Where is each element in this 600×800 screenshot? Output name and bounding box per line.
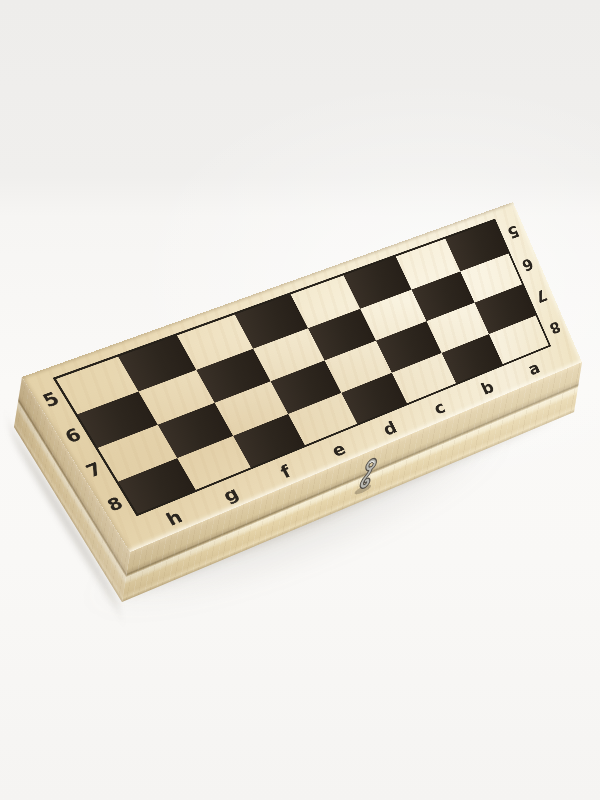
hook-clasp-icon xyxy=(352,450,386,500)
photo-scene: 5678 5678 hgfedcba xyxy=(0,0,600,800)
